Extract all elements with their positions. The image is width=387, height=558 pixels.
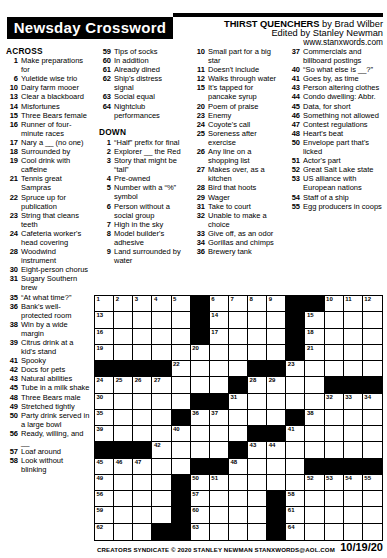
grid-cell-r4c15[interactable] [363,345,382,361]
grid-cell-r7c12[interactable] [305,394,324,410]
grid-cell-r12c2[interactable] [114,475,133,491]
grid-cell-r4c4[interactable] [152,345,171,361]
grid-cell-r8c1[interactable]: 35 [95,410,114,426]
grid-cell-r2c3[interactable] [133,312,152,328]
grid-cell-r12c14[interactable]: 54 [344,475,363,491]
grid-cell-r1c10[interactable]: 9 [267,296,286,312]
grid-cell-r15c6[interactable]: 63 [191,524,210,540]
grid-cell-r10c14[interactable] [344,442,363,458]
clue-text: Heart's beat [303,129,384,138]
grid-cell-r10c1 [95,442,114,458]
grid-cell-r9c13[interactable] [325,426,344,442]
grid-cell-r10c10[interactable]: 44 [267,442,286,458]
grid-cell-r12c15[interactable]: 55 [363,475,382,491]
grid-cell-r1c7[interactable]: 6 [210,296,229,312]
clue-across-14: 14Misfortunes [6,102,90,111]
clue-down-29: 29Wager [193,193,279,202]
grid-cell-r6c5[interactable] [172,377,191,393]
grid-cell-r15c11[interactable]: 64 [286,524,305,540]
clue-number: 60 [99,56,114,65]
grid-cell-r3c11 [286,329,305,345]
clue-across-49: 49Stretched tightly [6,402,90,411]
grid-cell-r5c6[interactable] [191,361,210,377]
puzzle-date: 10/19/20 [340,541,383,553]
grid-cell-r8c11 [286,410,305,426]
clue-number: 1 [6,56,21,74]
grid-cell-r4c9[interactable] [248,345,267,361]
grid-cell-r13c15[interactable] [363,491,382,507]
grid-cell-r10c8 [229,442,248,458]
grid-cell-r7c3[interactable] [133,394,152,410]
grid-cell-r7c11[interactable] [286,394,305,410]
grid-cell-r13c2[interactable] [114,491,133,507]
grid-cell-r6c12[interactable] [305,377,324,393]
clue-number: 24 [193,120,208,129]
clue-number: 6 [99,202,114,220]
clue-across-60: 60In addition [99,56,183,65]
clue-number: 7 [99,220,114,229]
grid-cell-r13c8[interactable] [229,491,248,507]
grid-cell-r11c8[interactable]: 48 [229,459,248,475]
grid-cell-r2c13[interactable] [325,312,344,328]
grid-cell-r6c10[interactable]: 29 [267,377,286,393]
grid-cell-r4c6[interactable]: 20 [191,345,210,361]
clue-number: 43 [288,83,303,92]
grid-cell-r11c4[interactable] [152,459,171,475]
grid-cell-r15c4 [152,524,171,540]
grid-cell-r14c3[interactable] [133,507,152,523]
grid-cell-r9c7[interactable] [210,426,229,442]
grid-cell-r1c6 [191,296,210,312]
grid-cell-r1c14[interactable]: 11 [344,296,363,312]
grid-cell-r5c14[interactable] [344,361,363,377]
grid-cell-r4c7[interactable] [210,345,229,361]
grid-cell-r4c5[interactable] [172,345,191,361]
grid-cell-r10c9[interactable]: 43 [248,442,267,458]
grid-cell-r3c4[interactable] [152,329,171,345]
clue-number: 5 [99,183,114,201]
grid-cell-r15c14[interactable] [344,524,363,540]
grid-cell-r9c2[interactable] [114,426,133,442]
clue-text: Story that might be “tall” [114,156,183,174]
grid-cell-r4c2[interactable] [114,345,133,361]
clue-down-41: 41Goes by, as time [288,74,384,83]
grid-cell-r10c11[interactable] [286,442,305,458]
clue-down-44: 44Condo dwelling: Abbr. [288,92,384,101]
grid-cell-r11c5[interactable] [172,459,191,475]
cell-number: 62 [97,524,104,531]
grid-cell-r4c12[interactable]: 21 [305,345,324,361]
grid-cell-r8c4[interactable] [152,410,171,426]
clue-down-52: 52Great Salt Lake state [288,165,384,174]
grid-cell-r3c10[interactable] [267,329,286,345]
grid-cell-r1c12 [305,296,324,312]
clue-text: Doesn't include [208,65,279,74]
clue-text: Unable to make a choice [208,211,279,229]
grid-cell-r14c12[interactable] [305,507,324,523]
grid-cell-r3c15[interactable] [363,329,382,345]
grid-cell-r7c2[interactable] [114,394,133,410]
clue-down-25: 25Soreness after exercise [193,129,279,147]
masthead: Newsday Crossword [7,17,173,39]
grid-cell-r7c4[interactable] [152,394,171,410]
grid-cell-r9c14[interactable] [344,426,363,442]
grid-cell-r5c12[interactable] [305,361,324,377]
grid-cell-r5c11[interactable]: 23 [286,361,305,377]
grid-cell-r12c11[interactable] [286,475,305,491]
grid-cell-r14c8[interactable] [229,507,248,523]
grid-cell-r2c12[interactable]: 15 [305,312,324,328]
grid-cell-r15c10 [267,524,286,540]
grid-cell-r9c12[interactable] [305,426,324,442]
grid-cell-r13c3[interactable] [133,491,152,507]
clue-number: 17 [6,138,21,147]
grid-cell-r10c6[interactable] [191,442,210,458]
grid-cell-r9c3[interactable] [133,426,152,442]
clue-text: Model builder's adhesive [114,229,183,247]
grid-cell-r5c15[interactable] [363,361,382,377]
clue-across-31: 31Sugary Southern brew [6,274,90,292]
grid-cell-r11c2[interactable]: 46 [114,459,133,475]
clue-down-11: 11Doesn't include [193,65,279,74]
clue-number: 42 [6,365,21,374]
clue-across-39: 39Citrus drink at a kid's stand [6,338,90,356]
grid-cell-r2c4[interactable] [152,312,171,328]
clue-text: Loaf around [21,447,90,456]
grid-cell-r13c11[interactable]: 58 [286,491,305,507]
grid-cell-r10c5[interactable] [172,442,191,458]
clue-number: 18 [6,147,21,156]
grid-cell-r10c12[interactable] [305,442,324,458]
grid-cell-r14c6[interactable]: 60 [191,507,210,523]
clue-text: Surrounded by [21,147,90,156]
clue-number: 32 [193,211,208,229]
clue-number: 12 [193,74,208,83]
grid-cell-r12c6[interactable]: 50 [191,475,210,491]
cell-number: 7 [230,296,233,303]
grid-cell-r12c10[interactable] [267,475,286,491]
grid-cell-r11c10[interactable] [267,459,286,475]
grid-cell-r9c11[interactable]: 41 [286,426,305,442]
grid-cell-r5c7[interactable] [210,361,229,377]
grid-cell-r7c14[interactable]: 33 [344,394,363,410]
grid-cell-r15c7[interactable] [210,524,229,540]
clue-text: Person without a social group [114,202,183,220]
grid-cell-r5c5[interactable]: 22 [172,361,191,377]
grid-cell-r13c14[interactable] [344,491,363,507]
grid-cell-r13c7[interactable] [210,491,229,507]
grid-cell-r8c8[interactable] [229,410,248,426]
grid-cell-r12c3[interactable] [133,475,152,491]
clue-number: 19 [6,156,21,174]
clue-number: 4 [99,174,114,183]
grid-cell-r11c9[interactable] [248,459,267,475]
grid-cell-r6c2[interactable]: 25 [114,377,133,393]
grid-cell-r15c8[interactable] [229,524,248,540]
cell-number: 16 [97,329,104,336]
clue-number: 39 [6,338,21,356]
cell-number: 11 [345,296,351,303]
grid-cell-r7c10[interactable] [267,394,286,410]
grid-cell-r12c8[interactable] [229,475,248,491]
cell-number: 5 [173,296,176,303]
clue-text: Envelope part that's licked [303,138,384,156]
clue-across-64: 64Nightclub performances [99,102,183,120]
grid-cell-r9c1[interactable]: 39 [95,426,114,442]
grid-cell-r8c3[interactable] [133,410,152,426]
clue-column-4: 37Commercials and billboard postings40“S… [288,47,384,211]
cell-number: 55 [364,475,371,482]
grid-cell-r13c6[interactable]: 57 [191,491,210,507]
grid-cell-r4c3[interactable] [133,345,152,361]
grid-cell-r7c9[interactable] [248,394,267,410]
clue-number: 15 [6,111,21,120]
clue-text: Wager [208,193,279,202]
clue-text: Three Bears male [21,393,90,402]
clue-number: 33 [193,229,208,238]
clue-text: Commercials and billboard postings [303,47,384,65]
grid-cell-r10c15[interactable] [363,442,382,458]
clue-text: High in the sky [114,220,183,229]
grid-cell-r12c4[interactable] [152,475,171,491]
grid-cell-r13c1[interactable]: 56 [95,491,114,507]
grid-cell-r7c15[interactable]: 34 [363,394,382,410]
grid-cell-r8c13[interactable] [325,410,344,426]
grid-cell-r8c2[interactable] [114,410,133,426]
grid-cell-r9c5[interactable]: 40 [172,426,191,442]
cell-number: 25 [116,377,123,384]
grid-cell-r8c14[interactable] [344,410,363,426]
clue-down-6: 6Person without a social group [99,202,183,220]
grid-cell-r9c4[interactable] [152,426,171,442]
masthead-text: Newsday Crossword [14,19,167,36]
grid-cell-r14c10 [267,507,286,523]
grid-cell-r14c14[interactable] [344,507,363,523]
grid-cell-r4c14[interactable] [344,345,363,361]
grid-cell-r15c12[interactable] [305,524,324,540]
grid-cell-r4c1[interactable]: 19 [95,345,114,361]
grid-cell-r6c6[interactable] [191,377,210,393]
grid-cell-r3c5[interactable] [172,329,191,345]
grid-cell-r6c11[interactable] [286,377,305,393]
grid-cell-r6c7[interactable] [210,377,229,393]
clue-text: Docs for pets [21,365,90,374]
cell-number: 31 [230,394,237,401]
grid-cell-r6c4[interactable]: 27 [152,377,171,393]
clue-text: Cool drink with caffeine [21,156,90,174]
clue-number: 23 [193,111,208,120]
grid-cell-r15c2[interactable] [114,524,133,540]
grid-cell-r11c3[interactable]: 47 [133,459,152,475]
clue-number: 1 [99,138,114,147]
grid-cell-r15c15[interactable] [363,524,382,540]
grid-cell-r3c8[interactable] [229,329,248,345]
grid-cell-r12c7[interactable]: 51 [210,475,229,491]
grid-cell-r3c7[interactable]: 17 [210,329,229,345]
clue-text: Explorer __ the Red [114,147,183,156]
grid-cell-r14c4[interactable] [152,507,171,523]
grid-cell-r1c8[interactable]: 7 [229,296,248,312]
grid-cell-r13c9[interactable] [248,491,267,507]
grid-cell-r1c1[interactable]: 1 [95,296,114,312]
grid-cell-r15c1[interactable]: 62 [95,524,114,540]
grid-cell-r3c9[interactable] [248,329,267,345]
grid-cell-r2c2[interactable] [114,312,133,328]
grid-cell-r8c15[interactable] [363,410,382,426]
grid-cell-r7c13[interactable]: 32 [325,394,344,410]
clue-across-43: 43Natural abilities [6,374,90,383]
grid-cell-r8c10[interactable] [267,410,286,426]
grid-cell-r9c15[interactable] [363,426,382,442]
clue-text: Walks through water [208,74,279,83]
grid-cell-r2c8[interactable] [229,312,248,328]
grid-cell-r13c13[interactable] [325,491,344,507]
grid-cell-r11c14 [344,459,363,475]
grid-cell-r10c13[interactable] [325,442,344,458]
grid-cell-r14c15[interactable] [363,507,382,523]
grid-cell-r5c8[interactable] [229,361,248,377]
cell-number: 38 [307,410,314,417]
clue-number: 23 [6,211,21,229]
across-heading: ACROSS [6,47,90,56]
grid-cell-r8c9[interactable] [248,410,267,426]
clue-down-5: 5Number with a “%” symbol [99,183,183,201]
grid-cell-r2c9[interactable] [248,312,267,328]
clue-across-30: 30Eight-person chorus [6,265,90,274]
grid-cell-r2c1[interactable]: 13 [95,312,114,328]
grid-cell-r3c2[interactable] [114,329,133,345]
grid-cell-r8c6[interactable]: 36 [191,410,210,426]
grid-cell-r12c9[interactable] [248,475,267,491]
grid-cell-r9c8[interactable] [229,426,248,442]
clue-text: Makes over, as a kitchen [208,165,279,183]
clue-down-50: 50Envelope part that's licked [288,138,384,156]
clue-down-45: 45Data, for short [288,102,384,111]
grid-cell-r6c1[interactable]: 24 [95,377,114,393]
grid-cell-r6c9[interactable]: 28 [248,377,267,393]
clue-text: Soreness after exercise [208,129,279,147]
grid-cell-r12c12[interactable]: 52 [305,475,324,491]
grid-cell-r5c3 [133,361,152,377]
clue-text: Woodwind instrument [21,247,90,265]
cell-number: 34 [364,394,371,401]
clue-text: Something not allowed [303,111,384,120]
grid-cell-r14c1[interactable]: 59 [95,507,114,523]
top-rule [173,13,383,17]
grid-cell-r14c11[interactable]: 61 [286,507,305,523]
cell-number: 15 [307,312,314,319]
grid-cell-r11c1[interactable]: 45 [95,459,114,475]
grid-cell-r14c13[interactable] [325,507,344,523]
clue-number: 44 [288,92,303,101]
cell-number: 30 [97,394,104,401]
grid-cell-r13c10 [267,491,286,507]
cell-number: 14 [211,312,218,319]
cell-number: 26 [135,377,142,384]
grid-cell-r2c5[interactable] [172,312,191,328]
grid-cell-r11c11[interactable] [286,459,305,475]
grid-cell-r4c13[interactable] [325,345,344,361]
grid-cell-r4c11 [286,345,305,361]
grid-cell-r14c9[interactable] [248,507,267,523]
grid-cell-r4c8[interactable] [229,345,248,361]
clue-text: Brewery tank [208,247,279,256]
grid-cell-r1c2[interactable]: 2 [114,296,133,312]
grid-cell-r1c3[interactable]: 3 [133,296,152,312]
grid-cell-r1c4[interactable]: 4 [152,296,171,312]
clue-text: Clear a blackboard [21,92,90,101]
clue-across-19: 19Cool drink with caffeine [6,156,90,174]
clue-number: 6 [6,74,21,83]
grid-cell-r14c2[interactable] [114,507,133,523]
clue-text: Tube in a milk shake [21,383,90,392]
grid-cell-r13c12[interactable] [305,491,324,507]
cell-number: 3 [135,296,138,303]
grid-cell-r5c9 [248,361,267,377]
grid-cell-r7c5[interactable] [172,394,191,410]
grid-cell-r9c6[interactable] [191,426,210,442]
clue-text: Gorillas and chimps [208,238,279,247]
grid-cell-r15c9[interactable] [248,524,267,540]
grid-cell-r3c13[interactable] [325,329,344,345]
grid-cell-r3c1[interactable]: 16 [95,329,114,345]
grid-cell-r2c15[interactable] [363,312,382,328]
grid-cell-r7c8[interactable]: 31 [229,394,248,410]
clue-down-4: 4Pre-owned [99,174,183,183]
grid-cell-r14c7[interactable] [210,507,229,523]
grid-cell-r6c3[interactable]: 26 [133,377,152,393]
grid-cell-r15c3[interactable] [133,524,152,540]
clue-text: “At what time?” [21,293,90,302]
cell-number: 48 [230,459,237,466]
grid-cell-r12c13[interactable]: 53 [325,475,344,491]
grid-cell-r1c15[interactable]: 12 [363,296,382,312]
grid-cell-r15c13[interactable] [325,524,344,540]
grid-cell-r1c9[interactable]: 8 [248,296,267,312]
clue-number: 24 [6,229,21,247]
clue-across-28: 28Woodwind instrument [6,247,90,265]
grid-cell-r12c1[interactable]: 49 [95,475,114,491]
clue-number: 11 [193,65,208,74]
grid-cell-r2c7[interactable]: 14 [210,312,229,328]
clue-across-35: 35“At what time?” [6,293,90,302]
clue-number: 2 [99,147,114,156]
grid-cell-r8c12[interactable]: 38 [305,410,324,426]
grid-cell-r10c7[interactable] [210,442,229,458]
grid-cell-r3c14[interactable] [344,329,363,345]
cell-number: 51 [211,475,218,482]
grid-cell-r7c1[interactable]: 30 [95,394,114,410]
clue-text: String that cleans teeth [21,211,90,229]
clue-number: 26 [193,147,208,165]
grid-cell-r2c10[interactable] [267,312,286,328]
grid-cell-r4c10[interactable] [267,345,286,361]
grid-cell-r1c13[interactable]: 10 [325,296,344,312]
grid-cell-r2c14[interactable] [344,312,363,328]
cell-number: 49 [97,475,104,482]
grid-cell-r13c4[interactable] [152,491,171,507]
grid-cell-r10c4[interactable]: 42 [152,442,171,458]
grid-cell-r13c5 [172,491,191,507]
clue-text: Runner of four-minute races [21,120,90,138]
clue-text: Take to court [208,202,279,211]
grid-cell-r8c7[interactable]: 37 [210,410,229,426]
grid-cell-r1c5[interactable]: 5 [172,296,191,312]
clue-number: 52 [288,165,303,174]
grid-cell-r3c12[interactable]: 18 [305,329,324,345]
grid-cell-r3c3[interactable] [133,329,152,345]
grid-cell-r5c13[interactable] [325,361,344,377]
